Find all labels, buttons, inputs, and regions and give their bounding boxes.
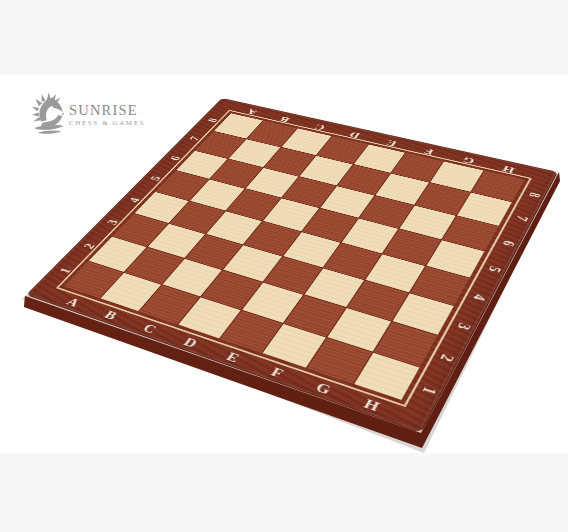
board-squares [64,113,524,400]
file-label-bottom-c: C [140,321,160,336]
file-label-top-e: E [385,138,399,148]
file-label-bottom-h: H [361,396,382,414]
brand-logo: SUNRISE CHESS & GAMES [32,92,145,134]
rank-label-right-8: 8 [524,191,543,199]
top-band [0,0,568,75]
rank-label-right-2: 2 [435,352,457,364]
bottom-band [0,453,568,532]
rank-label-left-6: 6 [167,155,183,162]
file-label-bottom-d: D [181,335,201,350]
file-label-top-b: B [279,114,293,123]
product-photo: SUNRISE CHESS & GAMES AABBCCDDEEFFGGHH88… [0,0,568,532]
file-label-bottom-b: B [102,308,121,322]
rank-label-left-1: 1 [56,266,74,275]
rank-label-right-6: 6 [497,238,517,247]
file-label-top-f: F [423,146,437,156]
file-label-top-a: A [245,107,260,116]
rank-label-right-1: 1 [416,384,439,396]
rank-label-left-4: 4 [126,196,143,204]
rank-label-right-4: 4 [468,292,489,302]
file-label-top-h: H [501,163,517,174]
chess-board: AABBCCDDEEFFGGHH8877665544332211 [26,98,558,433]
brand-text-block: SUNRISE CHESS & GAMES [69,92,145,127]
file-label-bottom-a: A [64,295,83,309]
rank-label-left-5: 5 [147,175,164,182]
brand-tagline: CHESS & GAMES [69,119,145,127]
file-label-bottom-g: G [313,379,334,396]
rank-label-right-3: 3 [452,321,474,332]
rank-label-left-2: 2 [80,242,98,250]
rank-label-left-3: 3 [103,218,120,226]
rank-label-right-5: 5 [483,264,503,273]
rank-label-left-7: 7 [186,135,202,141]
board-scene: AABBCCDDEEFFGGHH8877665544332211 [26,98,558,433]
file-label-bottom-f: F [268,364,286,380]
rank-label-right-7: 7 [511,214,530,222]
rank-label-left-8: 8 [204,117,220,123]
file-label-bottom-e: E [224,349,243,365]
brand-name: SUNRISE [69,103,145,117]
file-label-top-d: D [348,130,363,140]
file-label-top-c: C [313,122,328,131]
file-label-top-g: G [461,154,477,165]
knight-sunburst-icon [32,92,66,134]
